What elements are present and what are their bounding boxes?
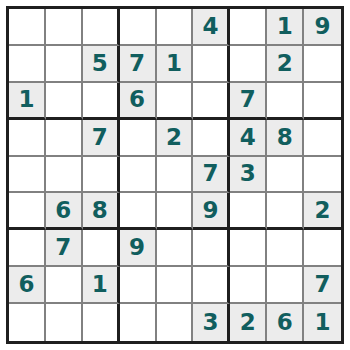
cell-r7c8[interactable]	[267, 230, 304, 267]
cell-r5c5[interactable]	[157, 157, 194, 194]
cell-r5c6: 7	[193, 157, 230, 194]
cell-r1c9: 9	[304, 9, 341, 46]
cell-r7c5[interactable]	[157, 230, 194, 267]
cell-r2c6[interactable]	[193, 46, 230, 83]
cell-r7c1[interactable]	[9, 230, 46, 267]
cell-r2c8: 2	[267, 46, 304, 83]
cell-r3c8[interactable]	[267, 83, 304, 120]
cell-r1c1[interactable]	[9, 9, 46, 46]
cell-r5c8[interactable]	[267, 157, 304, 194]
cell-r4c2[interactable]	[46, 120, 83, 157]
cell-r5c1[interactable]	[9, 157, 46, 194]
cell-r2c9[interactable]	[304, 46, 341, 83]
cell-r6c4[interactable]	[120, 193, 157, 230]
cell-r9c6: 3	[193, 304, 230, 341]
cell-r3c4: 6	[120, 83, 157, 120]
cell-r4c5: 2	[157, 120, 194, 157]
cell-r8c7[interactable]	[230, 267, 267, 304]
cell-r5c4[interactable]	[120, 157, 157, 194]
sudoku-board: 41957121677248736892796173261	[6, 6, 344, 344]
cell-r7c3[interactable]	[83, 230, 120, 267]
cell-r7c6[interactable]	[193, 230, 230, 267]
cell-r9c4[interactable]	[120, 304, 157, 341]
cell-r6c2: 6	[46, 193, 83, 230]
cell-r4c1[interactable]	[9, 120, 46, 157]
cell-r7c2: 7	[46, 230, 83, 267]
cell-r3c9[interactable]	[304, 83, 341, 120]
cell-r1c3[interactable]	[83, 9, 120, 46]
cell-r7c4: 9	[120, 230, 157, 267]
cell-r2c2[interactable]	[46, 46, 83, 83]
cell-r9c7: 2	[230, 304, 267, 341]
cell-r8c4[interactable]	[120, 267, 157, 304]
cell-r6c8[interactable]	[267, 193, 304, 230]
cell-r9c1[interactable]	[9, 304, 46, 341]
cell-r3c2[interactable]	[46, 83, 83, 120]
cell-r6c6: 9	[193, 193, 230, 230]
cell-r4c3: 7	[83, 120, 120, 157]
cell-r6c3: 8	[83, 193, 120, 230]
cell-r3c6[interactable]	[193, 83, 230, 120]
cell-r3c3[interactable]	[83, 83, 120, 120]
cell-r8c6[interactable]	[193, 267, 230, 304]
cell-r3c7: 7	[230, 83, 267, 120]
cell-r6c5[interactable]	[157, 193, 194, 230]
cell-r9c5[interactable]	[157, 304, 194, 341]
cell-r4c8: 8	[267, 120, 304, 157]
cell-r1c7[interactable]	[230, 9, 267, 46]
sudoku-page: 41957121677248736892796173261	[0, 0, 350, 350]
cell-r4c4[interactable]	[120, 120, 157, 157]
cell-r4c9[interactable]	[304, 120, 341, 157]
cell-r1c6: 4	[193, 9, 230, 46]
cell-r9c9: 1	[304, 304, 341, 341]
cell-r8c1: 6	[9, 267, 46, 304]
cell-r8c3: 1	[83, 267, 120, 304]
cell-r7c7[interactable]	[230, 230, 267, 267]
cell-r2c7[interactable]	[230, 46, 267, 83]
cell-r2c3: 5	[83, 46, 120, 83]
cell-r7c9[interactable]	[304, 230, 341, 267]
cell-r9c3[interactable]	[83, 304, 120, 341]
cell-r8c5[interactable]	[157, 267, 194, 304]
cell-r6c1[interactable]	[9, 193, 46, 230]
cell-r8c8[interactable]	[267, 267, 304, 304]
cell-r5c2[interactable]	[46, 157, 83, 194]
cell-r1c2[interactable]	[46, 9, 83, 46]
cell-r3c1: 1	[9, 83, 46, 120]
cell-r1c4[interactable]	[120, 9, 157, 46]
cell-r5c7: 3	[230, 157, 267, 194]
cell-r5c9[interactable]	[304, 157, 341, 194]
cell-r9c8: 6	[267, 304, 304, 341]
cell-r2c4: 7	[120, 46, 157, 83]
cell-r4c6[interactable]	[193, 120, 230, 157]
cell-r8c9: 7	[304, 267, 341, 304]
cell-r2c5: 1	[157, 46, 194, 83]
cell-r1c8: 1	[267, 9, 304, 46]
cell-r9c2[interactable]	[46, 304, 83, 341]
cell-r5c3[interactable]	[83, 157, 120, 194]
cell-r1c5[interactable]	[157, 9, 194, 46]
cell-r2c1[interactable]	[9, 46, 46, 83]
cell-r4c7: 4	[230, 120, 267, 157]
cell-r6c7[interactable]	[230, 193, 267, 230]
cell-r3c5[interactable]	[157, 83, 194, 120]
cell-r8c2[interactable]	[46, 267, 83, 304]
cell-r6c9: 2	[304, 193, 341, 230]
